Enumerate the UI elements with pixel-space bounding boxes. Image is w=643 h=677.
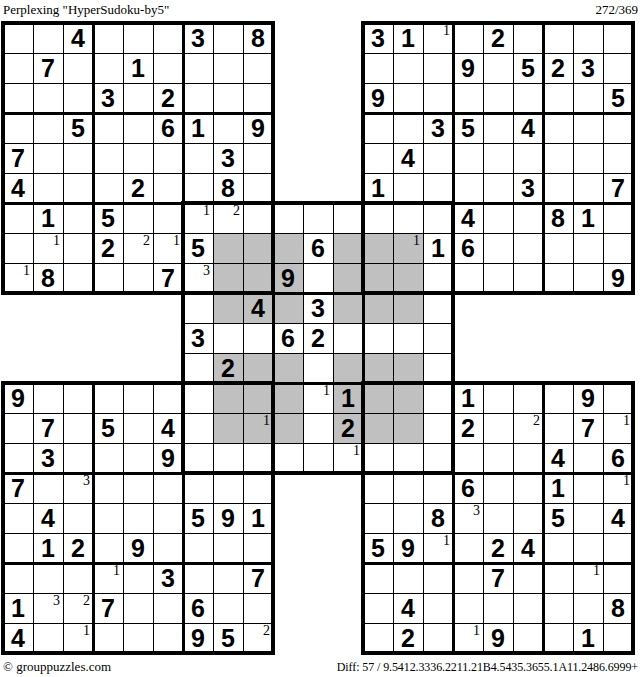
cell-r6c4[interactable] xyxy=(93,173,123,203)
cell-r5c5[interactable] xyxy=(123,143,153,173)
cell-r19c2[interactable] xyxy=(33,563,63,593)
cell-r13c3[interactable] xyxy=(63,383,93,413)
cell-r6c19[interactable] xyxy=(543,173,573,203)
cell-r5c3[interactable] xyxy=(63,143,93,173)
cell-r18c1[interactable] xyxy=(3,533,33,563)
cell-r14c1[interactable] xyxy=(3,413,33,443)
cell-r5c16[interactable] xyxy=(453,143,483,173)
cell-r17c5[interactable] xyxy=(123,503,153,533)
cell-r14c17[interactable] xyxy=(483,413,513,443)
cell-r2c8[interactable] xyxy=(213,53,243,83)
cell-r6c14[interactable] xyxy=(393,173,423,203)
cell-r4c1[interactable] xyxy=(3,113,33,143)
cell-r9c15[interactable] xyxy=(423,263,453,293)
cell-r20c16[interactable] xyxy=(453,593,483,623)
cell-r5c2[interactable] xyxy=(33,143,63,173)
cell-r18c9[interactable] xyxy=(243,533,273,563)
cell-r18c8[interactable] xyxy=(213,533,243,563)
cell-r17c6[interactable] xyxy=(153,503,183,533)
cell-r15c13[interactable] xyxy=(363,443,393,473)
cell-r4c21[interactable] xyxy=(603,113,633,143)
cell-r3c16[interactable] xyxy=(453,83,483,113)
cell-r21c21[interactable] xyxy=(603,623,633,653)
cell-r19c15[interactable] xyxy=(423,563,453,593)
cell-r15c16[interactable] xyxy=(453,443,483,473)
cell-r8c9[interactable] xyxy=(243,233,273,263)
cell-r21c5[interactable] xyxy=(123,623,153,653)
cell-r5c6[interactable] xyxy=(153,143,183,173)
cell-r16c5[interactable] xyxy=(123,473,153,503)
cell-r12c12[interactable] xyxy=(333,353,363,383)
cell-r5c4[interactable] xyxy=(93,143,123,173)
cell-r6c7[interactable] xyxy=(183,173,213,203)
cell-r10c15[interactable] xyxy=(423,293,453,323)
cell-r20c2[interactable]: 3 xyxy=(33,593,63,623)
cell-r13c5[interactable] xyxy=(123,383,153,413)
cell-r17c17[interactable] xyxy=(483,503,513,533)
cell-r16c2[interactable] xyxy=(33,473,63,503)
cell-r7c18[interactable] xyxy=(513,203,543,233)
cell-r9c18[interactable] xyxy=(513,263,543,293)
cell-r11c12[interactable] xyxy=(333,323,363,353)
cell-r7c15[interactable] xyxy=(423,203,453,233)
cell-r8c12[interactable] xyxy=(333,233,363,263)
cell-r6c6[interactable] xyxy=(153,173,183,203)
difficulty-rating: Diff: 57 / 9.5412.3336.2211.21B4.5435.36… xyxy=(337,660,638,675)
cell-r15c20[interactable] xyxy=(573,443,603,473)
cell-r9c17[interactable] xyxy=(483,263,513,293)
cell-r21c6[interactable] xyxy=(153,623,183,653)
cell-r2c17[interactable] xyxy=(483,53,513,83)
cell-r15c17[interactable] xyxy=(483,443,513,473)
grid-line xyxy=(1,381,5,655)
cell-r8c10[interactable] xyxy=(273,233,303,263)
cell-r19c1[interactable] xyxy=(3,563,33,593)
cell-r19c21[interactable] xyxy=(603,563,633,593)
cell-r14c15[interactable] xyxy=(423,413,453,443)
grid-line xyxy=(603,21,604,295)
cell-r9c1[interactable]: 1 xyxy=(3,263,33,293)
cell-r5c7[interactable] xyxy=(183,143,213,173)
cell-r20c13[interactable] xyxy=(363,593,393,623)
cell-r9c12[interactable] xyxy=(333,263,363,293)
cell-r15c4[interactable] xyxy=(93,443,123,473)
cell-r9c20[interactable] xyxy=(573,263,603,293)
cell-r4c19[interactable] xyxy=(543,113,573,143)
given-digit: 5 xyxy=(63,113,93,143)
cell-r7c16: 4 xyxy=(453,203,483,233)
cell-r1c8[interactable] xyxy=(213,23,243,53)
cell-r9c5[interactable] xyxy=(123,263,153,293)
cell-r15c18[interactable] xyxy=(513,443,543,473)
cell-r14c3[interactable] xyxy=(63,413,93,443)
cell-r1c6[interactable] xyxy=(153,23,183,53)
cell-r3c9[interactable] xyxy=(243,83,273,113)
cell-r10c7[interactable] xyxy=(183,293,213,323)
cell-r16c18[interactable] xyxy=(513,473,543,503)
cell-r19c7[interactable] xyxy=(183,563,213,593)
cell-r3c5[interactable] xyxy=(123,83,153,113)
cell-r20c6[interactable] xyxy=(153,593,183,623)
cell-r14c21[interactable]: 1 xyxy=(603,413,633,443)
cell-r17c1[interactable] xyxy=(3,503,33,533)
cell-r16c6[interactable] xyxy=(153,473,183,503)
cell-r2c1[interactable] xyxy=(3,53,33,83)
cell-r20c17[interactable] xyxy=(483,593,513,623)
cell-r17c16[interactable]: 3 xyxy=(453,503,483,533)
cell-r2c3[interactable] xyxy=(63,53,93,83)
cell-r2c9[interactable] xyxy=(243,53,273,83)
cell-r10c10[interactable] xyxy=(273,293,303,323)
cell-r16c14[interactable] xyxy=(393,473,423,503)
given-digit: 9 xyxy=(153,443,183,473)
cell-r19c14[interactable] xyxy=(393,563,423,593)
cell-r9c3[interactable] xyxy=(63,263,93,293)
cell-r9c11[interactable] xyxy=(303,263,333,293)
given-digit: 2 xyxy=(333,413,363,443)
cell-r7c5[interactable] xyxy=(123,203,153,233)
cell-r8c13[interactable] xyxy=(363,233,393,263)
pencil-digit: 2 xyxy=(263,623,270,638)
cell-r15c7[interactable] xyxy=(183,443,213,473)
cell-r18c19[interactable] xyxy=(543,533,573,563)
pencil-digit: 1 xyxy=(623,473,630,488)
cell-r14c13[interactable] xyxy=(363,413,393,443)
cell-r4c2[interactable] xyxy=(33,113,63,143)
cell-r7c6[interactable] xyxy=(153,203,183,233)
cell-r7c8[interactable]: 2 xyxy=(213,203,243,233)
cell-r21c3[interactable]: 1 xyxy=(63,623,93,653)
cell-r2c21[interactable] xyxy=(603,53,633,83)
pencil-digit: 1 xyxy=(443,533,450,548)
cell-r16c17[interactable] xyxy=(483,473,513,503)
cell-r8c18[interactable] xyxy=(513,233,543,263)
cell-r13c21[interactable] xyxy=(603,383,633,413)
cell-r6c20[interactable] xyxy=(573,173,603,203)
cell-r3c2[interactable] xyxy=(33,83,63,113)
cell-r20c15[interactable] xyxy=(423,593,453,623)
cell-r5c15[interactable] xyxy=(423,143,453,173)
cell-r8c6[interactable]: 1 xyxy=(153,233,183,263)
cell-r17c3[interactable] xyxy=(63,503,93,533)
cell-r19c18[interactable] xyxy=(513,563,543,593)
cell-r15c15[interactable] xyxy=(423,443,453,473)
cell-r7c21[interactable] xyxy=(603,203,633,233)
cell-r7c17[interactable] xyxy=(483,203,513,233)
cell-r5c21[interactable] xyxy=(603,143,633,173)
grid-line xyxy=(452,381,455,655)
cell-r18c20[interactable] xyxy=(573,533,603,563)
cell-r1c4[interactable] xyxy=(93,23,123,53)
cell-r8c8[interactable] xyxy=(213,233,243,263)
cell-r13c4[interactable] xyxy=(93,383,123,413)
cell-r5c17[interactable] xyxy=(483,143,513,173)
cell-r18c16[interactable] xyxy=(453,533,483,563)
cell-r10c14[interactable] xyxy=(393,293,423,323)
cell-r5c18[interactable] xyxy=(513,143,543,173)
cell-r7c14[interactable] xyxy=(393,203,423,233)
cell-r15c14[interactable] xyxy=(393,443,423,473)
cell-r16c13[interactable] xyxy=(363,473,393,503)
cell-r11c15[interactable] xyxy=(423,323,453,353)
cell-r7c3[interactable] xyxy=(63,203,93,233)
cell-r14c8[interactable] xyxy=(213,413,243,443)
cell-r5c13[interactable] xyxy=(363,143,393,173)
cell-r1c15[interactable]: 1 xyxy=(423,23,453,53)
cell-r17c13[interactable] xyxy=(363,503,393,533)
cell-r3c19[interactable] xyxy=(543,83,573,113)
cell-r20c19[interactable] xyxy=(543,593,573,623)
cell-r1c18[interactable] xyxy=(513,23,543,53)
cell-r1c5[interactable] xyxy=(123,23,153,53)
cell-r8c21[interactable] xyxy=(603,233,633,263)
cell-r9c8[interactable] xyxy=(213,263,243,293)
cell-r12c14[interactable] xyxy=(393,353,423,383)
given-digit: 2 xyxy=(393,623,423,653)
cell-r13c14[interactable] xyxy=(393,383,423,413)
cell-r16c8[interactable] xyxy=(213,473,243,503)
cell-r16c9[interactable] xyxy=(243,473,273,503)
cell-r3c14[interactable] xyxy=(393,83,423,113)
cell-r11c13[interactable] xyxy=(363,323,393,353)
cell-r13c10[interactable] xyxy=(273,383,303,413)
cell-r16c3[interactable]: 3 xyxy=(63,473,93,503)
cell-r3c17[interactable] xyxy=(483,83,513,113)
cell-r1c21[interactable] xyxy=(603,23,633,53)
cell-r21c4[interactable] xyxy=(93,623,123,653)
cell-r10c11: 3 xyxy=(303,293,333,323)
cell-r4c5[interactable] xyxy=(123,113,153,143)
cell-r13c2[interactable] xyxy=(33,383,63,413)
cell-r12c10[interactable] xyxy=(273,353,303,383)
cell-r4c17[interactable] xyxy=(483,113,513,143)
cell-r3c7[interactable] xyxy=(183,83,213,113)
cell-r14c5[interactable] xyxy=(123,413,153,443)
cell-r8c2[interactable]: 1 xyxy=(33,233,63,263)
cell-r13c7[interactable] xyxy=(183,383,213,413)
cell-r13c8[interactable] xyxy=(213,383,243,413)
cell-r9c4[interactable] xyxy=(93,263,123,293)
given-digit: 3 xyxy=(153,563,183,593)
cell-r8c19[interactable] xyxy=(543,233,573,263)
cell-r3c15[interactable] xyxy=(423,83,453,113)
cell-r8c17[interactable] xyxy=(483,233,513,263)
cell-r6c16[interactable] xyxy=(453,173,483,203)
cell-r21c19[interactable] xyxy=(543,623,573,653)
cell-r15c5[interactable] xyxy=(123,443,153,473)
cell-r13c13[interactable] xyxy=(363,383,393,413)
cell-r16c21[interactable]: 1 xyxy=(603,473,633,503)
cell-r18c15[interactable]: 1 xyxy=(423,533,453,563)
cell-r13c15[interactable] xyxy=(423,383,453,413)
cell-r7c12[interactable] xyxy=(333,203,363,233)
cell-r8c5[interactable]: 2 xyxy=(123,233,153,263)
cell-r3c3[interactable] xyxy=(63,83,93,113)
cell-r20c3[interactable]: 2 xyxy=(63,593,93,623)
cell-r7c7[interactable]: 1 xyxy=(183,203,213,233)
cell-r16c15[interactable] xyxy=(423,473,453,503)
cell-r5c19[interactable] xyxy=(543,143,573,173)
cell-r4c14[interactable] xyxy=(393,113,423,143)
cell-r21c16[interactable]: 1 xyxy=(453,623,483,653)
cell-r3c20[interactable] xyxy=(573,83,603,113)
cell-r14c10[interactable] xyxy=(273,413,303,443)
cell-r10c8[interactable] xyxy=(213,293,243,323)
cell-r6c2[interactable] xyxy=(33,173,63,203)
cell-r14c9[interactable]: 1 xyxy=(243,413,273,443)
cell-r6c17[interactable] xyxy=(483,173,513,203)
cell-r19c19[interactable] xyxy=(543,563,573,593)
cell-r21c13[interactable] xyxy=(363,623,393,653)
cell-r17c14[interactable] xyxy=(393,503,423,533)
cell-r20c20[interactable] xyxy=(573,593,603,623)
cell-r21c2[interactable] xyxy=(33,623,63,653)
cell-r14c14[interactable] xyxy=(393,413,423,443)
cell-r2c15[interactable] xyxy=(423,53,453,83)
cell-r10c13[interactable] xyxy=(363,293,393,323)
cell-r16c1: 7 xyxy=(3,473,33,503)
cell-r6c9[interactable] xyxy=(243,173,273,203)
cell-r11c8[interactable] xyxy=(213,323,243,353)
cell-r7c11[interactable] xyxy=(303,203,333,233)
cell-r13c11[interactable]: 1 xyxy=(303,383,333,413)
cell-r2c4[interactable] xyxy=(93,53,123,83)
cell-r3c8[interactable] xyxy=(213,83,243,113)
cell-r2c6[interactable] xyxy=(153,53,183,83)
given-digit: 9 xyxy=(213,503,243,533)
cell-r3c1[interactable] xyxy=(3,83,33,113)
cell-r12c9[interactable] xyxy=(243,353,273,383)
grid-line xyxy=(361,173,635,174)
cell-r15c9[interactable] xyxy=(243,443,273,473)
cell-r4c4[interactable] xyxy=(93,113,123,143)
given-digit: 2 xyxy=(93,233,123,263)
cell-r3c18[interactable] xyxy=(513,83,543,113)
cell-r17c4[interactable] xyxy=(93,503,123,533)
cell-r15c12[interactable]: 1 xyxy=(333,443,363,473)
cell-r2c14[interactable] xyxy=(393,53,423,83)
cell-r19c16[interactable] xyxy=(453,563,483,593)
cell-r13c18[interactable] xyxy=(513,383,543,413)
cell-r15c10[interactable] xyxy=(273,443,303,473)
cell-r1c20[interactable] xyxy=(573,23,603,53)
cell-r14c18[interactable]: 2 xyxy=(513,413,543,443)
cell-r16c4[interactable] xyxy=(93,473,123,503)
cell-r19c5[interactable] xyxy=(123,563,153,593)
cell-r4c20[interactable] xyxy=(573,113,603,143)
given-digit: 7 xyxy=(603,173,633,203)
cell-r21c9[interactable]: 2 xyxy=(243,623,273,653)
cell-r4c18: 4 xyxy=(513,113,543,143)
cell-r20c8[interactable] xyxy=(213,593,243,623)
cell-r7c9[interactable] xyxy=(243,203,273,233)
cell-r6c5: 2 xyxy=(123,173,153,203)
cell-r10c12[interactable] xyxy=(333,293,363,323)
cell-r19c4[interactable]: 1 xyxy=(93,563,123,593)
cell-r1c16[interactable] xyxy=(453,23,483,53)
cell-r18c7[interactable] xyxy=(183,533,213,563)
cell-r17c7: 5 xyxy=(183,503,213,533)
cell-r12c7[interactable] xyxy=(183,353,213,383)
cell-r9c7[interactable]: 3 xyxy=(183,263,213,293)
cell-r8c3[interactable] xyxy=(63,233,93,263)
cell-r14c7[interactable] xyxy=(183,413,213,443)
cell-r15c1[interactable] xyxy=(3,443,33,473)
cell-r20c5[interactable] xyxy=(123,593,153,623)
cell-r11c14[interactable] xyxy=(393,323,423,353)
given-digit: 1 xyxy=(423,233,453,263)
cell-r17c18[interactable] xyxy=(513,503,543,533)
cell-r11c7: 3 xyxy=(183,323,213,353)
cell-r14c19[interactable] xyxy=(543,413,573,443)
cell-r17c20[interactable] xyxy=(573,503,603,533)
cell-r12c13[interactable] xyxy=(363,353,393,383)
cell-r7c10[interactable] xyxy=(273,203,303,233)
cell-r13c6[interactable] xyxy=(153,383,183,413)
cell-r13c19[interactable] xyxy=(543,383,573,413)
cell-r13c17[interactable] xyxy=(483,383,513,413)
cell-r19c3[interactable] xyxy=(63,563,93,593)
cell-r6c3[interactable] xyxy=(63,173,93,203)
cell-r9c14[interactable] xyxy=(393,263,423,293)
cell-r9c13[interactable] xyxy=(363,263,393,293)
cell-r18c6[interactable] xyxy=(153,533,183,563)
cell-r2c13[interactable] xyxy=(363,53,393,83)
cell-r21c18[interactable] xyxy=(513,623,543,653)
cell-r9c19[interactable] xyxy=(543,263,573,293)
cell-r21c15[interactable] xyxy=(423,623,453,653)
cell-r13c9[interactable] xyxy=(243,383,273,413)
cell-r19c20[interactable]: 1 xyxy=(573,563,603,593)
cell-r6c8: 8 xyxy=(213,173,243,203)
grid-line xyxy=(181,201,455,205)
cell-r8c20[interactable] xyxy=(573,233,603,263)
cell-r16c7[interactable] xyxy=(183,473,213,503)
cell-r18c4[interactable] xyxy=(93,533,123,563)
cell-r18c21[interactable] xyxy=(603,533,633,563)
cell-r20c9[interactable] xyxy=(243,593,273,623)
cell-r8c11: 6 xyxy=(303,233,333,263)
cell-r9c9[interactable] xyxy=(243,263,273,293)
cell-r7c13[interactable] xyxy=(363,203,393,233)
cell-r4c8[interactable] xyxy=(213,113,243,143)
cell-r19c8[interactable] xyxy=(213,563,243,593)
cell-r7c1[interactable] xyxy=(3,203,33,233)
cell-r5c9[interactable] xyxy=(243,143,273,173)
cell-r12c15[interactable] xyxy=(423,353,453,383)
cell-r12c11[interactable] xyxy=(303,353,333,383)
cell-r5c20[interactable] xyxy=(573,143,603,173)
cell-r15c11[interactable] xyxy=(303,443,333,473)
cell-r1c1[interactable] xyxy=(3,23,33,53)
given-digit: 4 xyxy=(33,503,63,533)
cell-r11c9[interactable] xyxy=(243,323,273,353)
cell-r15c3[interactable] xyxy=(63,443,93,473)
cell-r6c15[interactable] xyxy=(423,173,453,203)
cell-r2c7[interactable] xyxy=(183,53,213,83)
cell-r1c19[interactable] xyxy=(543,23,573,53)
cell-r9c16[interactable] xyxy=(453,263,483,293)
cell-r19c13[interactable] xyxy=(363,563,393,593)
cell-r20c18[interactable] xyxy=(513,593,543,623)
cell-r14c11[interactable] xyxy=(303,413,333,443)
cell-r16c20[interactable] xyxy=(573,473,603,503)
cell-r8c14[interactable]: 1 xyxy=(393,233,423,263)
cell-r1c2[interactable] xyxy=(33,23,63,53)
cell-r8c1[interactable] xyxy=(3,233,33,263)
cell-r15c8[interactable] xyxy=(213,443,243,473)
cell-r4c13[interactable] xyxy=(363,113,393,143)
